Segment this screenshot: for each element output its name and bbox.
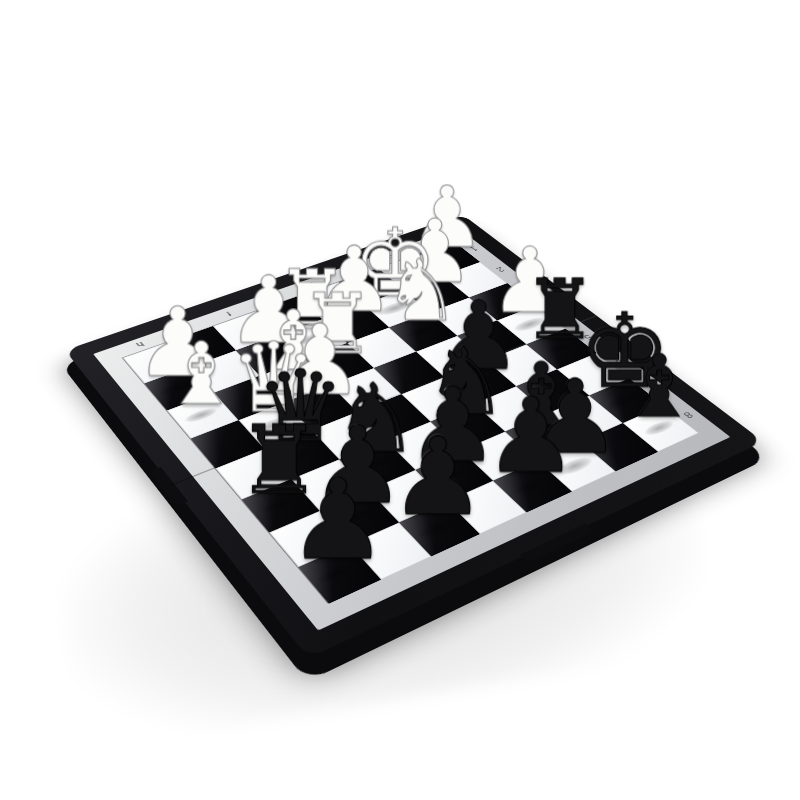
product-photo-stage: hgfedcba12345678 ♟♟♚♟♜♟♟♞♜♝♝♟♟♛♜♟♛♞♞♜♚♝♟… [0, 0, 800, 800]
black-pawn-glyph: ♟ [245, 464, 431, 575]
